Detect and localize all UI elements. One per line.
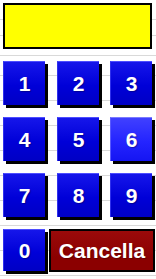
- gridline: [0, 225, 156, 226]
- gridline: [0, 55, 156, 56]
- key-5[interactable]: 5: [57, 117, 99, 161]
- numeric-display[interactable]: [3, 3, 152, 49]
- key-7[interactable]: 7: [3, 173, 45, 217]
- cancel-button[interactable]: Cancella: [49, 229, 155, 272]
- key-6[interactable]: 6: [110, 117, 152, 161]
- key-3[interactable]: 3: [110, 61, 152, 105]
- keypad-app: 1 2 3 4 5 6 7 8 9 0 Cancella: [0, 0, 156, 279]
- key-8[interactable]: 8: [57, 173, 99, 217]
- key-2[interactable]: 2: [57, 61, 99, 105]
- gridline: [0, 275, 156, 276]
- key-9[interactable]: 9: [110, 173, 152, 217]
- key-1[interactable]: 1: [3, 61, 45, 105]
- key-4[interactable]: 4: [3, 117, 45, 161]
- key-0[interactable]: 0: [3, 229, 45, 271]
